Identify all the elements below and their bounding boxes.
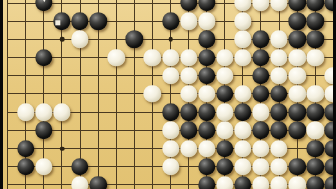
white-stone <box>35 103 52 120</box>
black-stone <box>198 31 215 48</box>
intersection[interactable] <box>89 12 107 30</box>
intersection[interactable] <box>324 103 333 121</box>
white-stone <box>270 140 287 157</box>
intersection[interactable] <box>161 30 179 48</box>
intersection[interactable] <box>17 176 35 189</box>
intersection[interactable] <box>180 12 198 30</box>
intersection[interactable] <box>89 0 107 12</box>
white-stone <box>162 158 179 175</box>
intersection[interactable] <box>198 67 216 85</box>
intersection[interactable] <box>306 176 324 189</box>
intersection[interactable] <box>53 30 71 48</box>
white-stone <box>53 103 70 120</box>
intersection[interactable] <box>288 30 306 48</box>
intersection[interactable] <box>125 48 143 66</box>
intersection[interactable] <box>107 158 125 176</box>
intersection[interactable] <box>216 139 234 157</box>
intersection[interactable] <box>198 176 216 189</box>
intersection[interactable] <box>252 30 270 48</box>
intersection[interactable] <box>288 121 306 139</box>
intersection[interactable] <box>35 0 53 12</box>
intersection[interactable] <box>288 0 306 12</box>
intersection[interactable] <box>324 121 333 139</box>
intersection[interactable] <box>161 158 179 176</box>
white-stone <box>198 85 215 102</box>
black-stone <box>198 158 215 175</box>
intersection[interactable] <box>17 85 35 103</box>
intersection[interactable] <box>143 85 161 103</box>
intersection[interactable] <box>252 0 270 12</box>
intersection[interactable] <box>53 103 71 121</box>
intersection[interactable] <box>53 176 71 189</box>
black-stone <box>89 176 106 189</box>
intersection[interactable] <box>17 139 35 157</box>
black-stone <box>180 122 197 139</box>
intersection[interactable] <box>216 158 234 176</box>
intersection[interactable] <box>71 0 89 12</box>
intersection[interactable] <box>3 30 17 48</box>
intersection[interactable] <box>143 121 161 139</box>
black-stone <box>325 176 333 189</box>
intersection[interactable] <box>143 0 161 12</box>
intersection[interactable] <box>288 48 306 66</box>
intersection[interactable] <box>3 48 17 66</box>
intersection[interactable] <box>161 12 179 30</box>
intersection[interactable] <box>324 85 333 103</box>
black-stone <box>35 0 52 12</box>
white-stone <box>252 176 269 189</box>
intersection[interactable] <box>125 103 143 121</box>
intersection[interactable] <box>53 85 71 103</box>
intersection[interactable] <box>216 67 234 85</box>
intersection[interactable] <box>234 176 252 189</box>
intersection[interactable] <box>107 121 125 139</box>
intersection[interactable] <box>306 12 324 30</box>
black-stone <box>252 31 269 48</box>
black-stone <box>270 85 287 102</box>
intersection[interactable] <box>17 103 35 121</box>
intersection[interactable] <box>143 158 161 176</box>
intersection[interactable] <box>17 30 35 48</box>
black-stone <box>325 140 333 157</box>
intersection[interactable] <box>125 85 143 103</box>
white-stone <box>288 85 305 102</box>
intersection[interactable] <box>53 139 71 157</box>
white-stone <box>180 85 197 102</box>
intersection[interactable] <box>252 12 270 30</box>
intersection[interactable] <box>107 0 125 12</box>
black-stone <box>288 31 305 48</box>
white-stone <box>35 158 52 175</box>
intersection[interactable] <box>288 158 306 176</box>
intersection[interactable] <box>125 121 143 139</box>
black-stone <box>71 158 88 175</box>
black-stone <box>17 140 34 157</box>
white-stone <box>17 103 34 120</box>
intersection[interactable] <box>180 121 198 139</box>
intersection[interactable] <box>234 0 252 12</box>
black-stone <box>252 67 269 84</box>
white-stone <box>162 140 179 157</box>
letterbox-left <box>0 0 3 189</box>
intersection[interactable] <box>252 158 270 176</box>
white-stone <box>288 176 305 189</box>
white-stone <box>252 158 269 175</box>
white-stone <box>180 12 197 29</box>
black-stone <box>198 49 215 66</box>
black-stone <box>288 0 305 12</box>
white-stone <box>307 122 324 139</box>
intersection[interactable] <box>234 12 252 30</box>
intersection[interactable] <box>89 103 107 121</box>
intersection[interactable] <box>180 158 198 176</box>
intersection[interactable] <box>270 12 288 30</box>
intersection[interactable] <box>198 158 216 176</box>
go-board[interactable] <box>3 0 333 189</box>
intersection[interactable] <box>306 103 324 121</box>
intersection[interactable] <box>107 30 125 48</box>
intersection[interactable] <box>161 67 179 85</box>
intersection[interactable] <box>216 85 234 103</box>
intersection[interactable] <box>35 67 53 85</box>
intersection[interactable] <box>324 30 333 48</box>
intersection[interactable] <box>107 48 125 66</box>
intersection[interactable] <box>161 85 179 103</box>
intersection[interactable] <box>306 158 324 176</box>
intersection[interactable] <box>71 67 89 85</box>
black-stone <box>325 103 333 120</box>
intersection[interactable] <box>234 139 252 157</box>
intersection[interactable] <box>198 0 216 12</box>
white-stone <box>270 158 287 175</box>
black-stone <box>198 103 215 120</box>
intersection[interactable] <box>125 158 143 176</box>
white-stone <box>216 103 233 120</box>
intersection[interactable] <box>17 12 35 30</box>
intersection[interactable] <box>270 30 288 48</box>
black-stone <box>307 103 324 120</box>
intersection[interactable] <box>198 12 216 30</box>
intersection[interactable] <box>270 48 288 66</box>
intersection[interactable] <box>288 67 306 85</box>
intersection[interactable] <box>107 67 125 85</box>
intersection[interactable] <box>35 103 53 121</box>
intersection[interactable] <box>161 48 179 66</box>
intersection[interactable] <box>143 176 161 189</box>
intersection[interactable] <box>107 12 125 30</box>
intersection[interactable] <box>3 121 17 139</box>
intersection[interactable] <box>288 85 306 103</box>
intersection[interactable] <box>180 0 198 12</box>
intersection[interactable] <box>324 176 333 189</box>
black-stone <box>307 158 324 175</box>
intersection[interactable] <box>216 121 234 139</box>
intersection[interactable] <box>35 85 53 103</box>
intersection[interactable] <box>125 139 143 157</box>
intersection[interactable] <box>324 158 333 176</box>
white-stone <box>180 140 197 157</box>
white-stone <box>252 0 269 12</box>
intersection[interactable] <box>143 67 161 85</box>
intersection[interactable] <box>234 48 252 66</box>
intersection[interactable] <box>89 67 107 85</box>
intersection[interactable] <box>161 121 179 139</box>
intersection[interactable] <box>216 30 234 48</box>
intersection[interactable] <box>306 30 324 48</box>
white-stone <box>216 176 233 189</box>
white-stone <box>162 122 179 139</box>
white-stone <box>162 67 179 84</box>
intersection[interactable] <box>198 30 216 48</box>
white-stone <box>216 49 233 66</box>
intersection[interactable] <box>17 67 35 85</box>
intersection[interactable] <box>306 85 324 103</box>
intersection[interactable] <box>198 48 216 66</box>
black-stone <box>325 122 333 139</box>
intersection[interactable] <box>306 0 324 12</box>
intersection[interactable] <box>143 12 161 30</box>
white-stone <box>288 67 305 84</box>
white-stone <box>270 176 287 189</box>
white-stone <box>71 176 88 189</box>
white-stone <box>307 85 324 102</box>
white-stone <box>234 0 251 12</box>
white-stone <box>252 103 269 120</box>
intersection[interactable] <box>216 103 234 121</box>
intersection[interactable] <box>288 176 306 189</box>
intersection[interactable] <box>270 85 288 103</box>
black-stone <box>270 122 287 139</box>
intersection[interactable] <box>198 121 216 139</box>
intersection[interactable] <box>89 85 107 103</box>
intersection[interactable] <box>198 103 216 121</box>
intersection[interactable] <box>270 139 288 157</box>
intersection[interactable] <box>17 121 35 139</box>
intersection[interactable] <box>180 139 198 157</box>
intersection[interactable] <box>89 121 107 139</box>
intersection[interactable] <box>161 139 179 157</box>
intersection[interactable] <box>180 176 198 189</box>
intersection[interactable] <box>35 121 53 139</box>
intersection[interactable] <box>89 139 107 157</box>
intersection[interactable] <box>143 139 161 157</box>
intersection[interactable] <box>71 48 89 66</box>
black-stone <box>35 49 52 66</box>
black-stone <box>307 0 324 12</box>
intersection[interactable] <box>270 176 288 189</box>
intersection[interactable] <box>306 48 324 66</box>
intersection[interactable] <box>234 103 252 121</box>
white-stone <box>180 67 197 84</box>
intersection[interactable] <box>89 176 107 189</box>
intersection[interactable] <box>53 67 71 85</box>
white-stone <box>234 158 251 175</box>
intersection[interactable] <box>324 67 333 85</box>
intersection[interactable] <box>234 67 252 85</box>
intersection[interactable] <box>216 0 234 12</box>
go-grid <box>3 0 333 189</box>
intersection[interactable] <box>252 103 270 121</box>
intersection[interactable] <box>198 85 216 103</box>
intersection[interactable] <box>270 103 288 121</box>
white-stone <box>252 140 269 157</box>
intersection[interactable] <box>252 139 270 157</box>
intersection[interactable] <box>35 176 53 189</box>
intersection[interactable] <box>234 30 252 48</box>
intersection[interactable] <box>270 121 288 139</box>
intersection[interactable] <box>3 85 17 103</box>
intersection[interactable] <box>288 139 306 157</box>
intersection[interactable] <box>3 103 17 121</box>
intersection[interactable] <box>161 0 179 12</box>
intersection[interactable] <box>252 67 270 85</box>
intersection[interactable] <box>180 103 198 121</box>
intersection[interactable] <box>180 48 198 66</box>
intersection[interactable] <box>270 0 288 12</box>
white-stone <box>234 49 251 66</box>
intersection[interactable] <box>252 176 270 189</box>
white-stone <box>216 67 233 84</box>
intersection[interactable] <box>35 48 53 66</box>
intersection[interactable] <box>125 12 143 30</box>
black-stone <box>288 158 305 175</box>
black-stone <box>180 0 197 12</box>
white-stone <box>307 49 324 66</box>
black-stone <box>325 0 333 12</box>
intersection[interactable] <box>53 12 71 30</box>
intersection[interactable] <box>216 12 234 30</box>
intersection[interactable] <box>107 85 125 103</box>
intersection[interactable] <box>53 48 71 66</box>
intersection[interactable] <box>35 158 53 176</box>
intersection[interactable] <box>107 176 125 189</box>
black-stone <box>162 12 179 29</box>
intersection[interactable] <box>3 0 17 12</box>
white-stone <box>216 122 233 139</box>
black-stone <box>198 176 215 189</box>
intersection[interactable] <box>288 12 306 30</box>
intersection[interactable] <box>306 139 324 157</box>
white-stone <box>270 0 287 12</box>
black-stone <box>17 158 34 175</box>
intersection[interactable] <box>270 67 288 85</box>
white-stone <box>198 12 215 29</box>
intersection[interactable] <box>35 12 53 30</box>
black-stone <box>53 12 70 29</box>
intersection[interactable] <box>53 0 71 12</box>
intersection[interactable] <box>252 121 270 139</box>
black-stone <box>252 122 269 139</box>
black-stone <box>89 12 106 29</box>
intersection[interactable] <box>3 139 17 157</box>
intersection[interactable] <box>125 0 143 12</box>
intersection[interactable] <box>89 158 107 176</box>
intersection[interactable] <box>17 48 35 66</box>
intersection[interactable] <box>270 158 288 176</box>
intersection[interactable] <box>71 85 89 103</box>
intersection[interactable] <box>107 139 125 157</box>
white-stone <box>144 49 161 66</box>
intersection[interactable] <box>125 30 143 48</box>
intersection[interactable] <box>252 85 270 103</box>
intersection[interactable] <box>107 103 125 121</box>
intersection[interactable] <box>161 176 179 189</box>
black-stone <box>71 12 88 29</box>
intersection[interactable] <box>71 12 89 30</box>
intersection[interactable] <box>143 48 161 66</box>
intersection[interactable] <box>198 139 216 157</box>
intersection[interactable] <box>324 12 333 30</box>
black-stone <box>252 85 269 102</box>
intersection[interactable] <box>53 158 71 176</box>
intersection[interactable] <box>234 158 252 176</box>
intersection[interactable] <box>180 30 198 48</box>
intersection[interactable] <box>35 139 53 157</box>
intersection[interactable] <box>234 85 252 103</box>
black-stone <box>198 67 215 84</box>
intersection[interactable] <box>143 103 161 121</box>
white-stone <box>234 140 251 157</box>
intersection[interactable] <box>306 121 324 139</box>
white-stone <box>270 31 287 48</box>
white-stone <box>288 49 305 66</box>
white-stone <box>71 31 88 48</box>
intersection[interactable] <box>324 48 333 66</box>
black-stone <box>126 31 143 48</box>
intersection[interactable] <box>3 12 17 30</box>
intersection[interactable] <box>234 121 252 139</box>
intersection[interactable] <box>161 103 179 121</box>
black-stone <box>216 85 233 102</box>
intersection[interactable] <box>71 30 89 48</box>
intersection[interactable] <box>71 158 89 176</box>
intersection[interactable] <box>125 67 143 85</box>
intersection[interactable] <box>3 158 17 176</box>
white-stone <box>234 12 251 29</box>
intersection[interactable] <box>324 0 333 12</box>
white-stone <box>162 49 179 66</box>
intersection[interactable] <box>180 85 198 103</box>
intersection[interactable] <box>125 176 143 189</box>
intersection[interactable] <box>17 0 35 12</box>
intersection[interactable] <box>3 176 17 189</box>
intersection[interactable] <box>3 67 17 85</box>
intersection[interactable] <box>71 103 89 121</box>
intersection[interactable] <box>71 139 89 157</box>
intersection[interactable] <box>143 30 161 48</box>
intersection[interactable] <box>35 30 53 48</box>
black-stone <box>307 140 324 157</box>
intersection[interactable] <box>89 48 107 66</box>
intersection[interactable] <box>17 158 35 176</box>
white-stone <box>234 31 251 48</box>
intersection[interactable] <box>71 121 89 139</box>
intersection[interactable] <box>306 67 324 85</box>
intersection[interactable] <box>71 176 89 189</box>
intersection[interactable] <box>288 103 306 121</box>
intersection[interactable] <box>53 121 71 139</box>
white-stone <box>108 49 125 66</box>
black-stone <box>307 176 324 189</box>
white-stone <box>325 85 333 102</box>
intersection[interactable] <box>180 67 198 85</box>
black-stone <box>35 122 52 139</box>
intersection[interactable] <box>252 48 270 66</box>
intersection[interactable] <box>324 139 333 157</box>
intersection[interactable] <box>89 30 107 48</box>
intersection[interactable] <box>216 176 234 189</box>
intersection[interactable] <box>216 48 234 66</box>
